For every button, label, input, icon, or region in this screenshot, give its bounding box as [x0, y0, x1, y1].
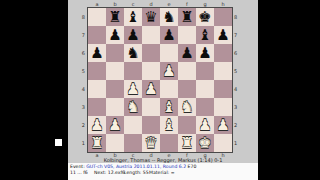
coord-label: 7: [78, 26, 86, 44]
square-g3[interactable]: [196, 98, 214, 116]
square-h3[interactable]: [214, 98, 232, 116]
square-e6[interactable]: [160, 44, 178, 62]
square-f8[interactable]: ♜: [178, 8, 196, 26]
square-a8[interactable]: [88, 8, 106, 26]
coord-label: 7: [234, 26, 242, 44]
white-rook: ♜: [90, 134, 103, 152]
black-bishop: ♝: [198, 26, 211, 44]
coord-label: 8: [234, 8, 242, 26]
square-h4[interactable]: [214, 80, 232, 98]
white-knight: ♞: [180, 98, 193, 116]
square-c6[interactable]: ♞: [124, 44, 142, 62]
coord-label: 6: [78, 44, 86, 62]
square-d7[interactable]: [142, 26, 160, 44]
square-b2[interactable]: ♟: [106, 116, 124, 134]
chess-app-panel: abcdefgh 87654321 ♜♝♛♞♜♚♟♟♟♝♟♟♞♟♟♟♟♟♞♝♞♟…: [68, 0, 258, 180]
square-c8[interactable]: ♝: [124, 8, 142, 26]
white-queen: ♛: [144, 134, 157, 152]
coord-label: 2: [234, 116, 242, 134]
white-pawn: ♟: [216, 116, 229, 134]
square-e7[interactable]: ♟: [160, 26, 178, 44]
square-g6[interactable]: ♟: [196, 44, 214, 62]
square-g4[interactable]: [196, 80, 214, 98]
move-status-line: 11 ... f6 Next: 12.exf6 Length: 55 Mater…: [68, 170, 258, 176]
square-h5[interactable]: [214, 62, 232, 80]
event-label: Event:: [70, 164, 86, 169]
square-d8[interactable]: ♛: [142, 8, 160, 26]
current-move: 11 ... f6: [70, 170, 88, 175]
coord-label: 1: [234, 134, 242, 152]
black-knight: ♞: [162, 8, 175, 26]
square-b4[interactable]: [106, 80, 124, 98]
square-h6[interactable]: [214, 44, 232, 62]
square-g8[interactable]: ♚: [196, 8, 214, 26]
coord-label: 8: [78, 8, 86, 26]
square-f6[interactable]: ♟: [178, 44, 196, 62]
square-f2[interactable]: [178, 116, 196, 134]
square-d6[interactable]: [142, 44, 160, 62]
next-move: Next: 12.exf6: [94, 170, 125, 175]
square-g7[interactable]: ♝: [196, 26, 214, 44]
square-c5[interactable]: [124, 62, 142, 80]
white-pawn: ♟: [126, 80, 139, 98]
black-rook: ♜: [108, 8, 121, 26]
square-b5[interactable]: [106, 62, 124, 80]
white-pawn: ♟: [90, 116, 103, 134]
black-king: ♚: [198, 8, 211, 26]
square-a2[interactable]: ♟: [88, 116, 106, 134]
square-g5[interactable]: [196, 62, 214, 80]
square-b8[interactable]: ♜: [106, 8, 124, 26]
square-a1[interactable]: ♜: [88, 134, 106, 152]
square-e2[interactable]: ♝: [160, 116, 178, 134]
square-b1[interactable]: [106, 134, 124, 152]
white-rook: ♜: [180, 134, 193, 152]
square-h1[interactable]: [214, 134, 232, 152]
square-f4[interactable]: [178, 80, 196, 98]
white-bishop: ♝: [162, 98, 175, 116]
white-pawn: ♟: [144, 80, 157, 98]
white-king: ♚: [198, 134, 211, 152]
black-pawn: ♟: [162, 26, 175, 44]
black-pawn: ♟: [198, 44, 211, 62]
game-length: Length: 55: [124, 170, 149, 175]
black-pawn: ♟: [216, 26, 229, 44]
coord-label: 3: [78, 98, 86, 116]
event-line: Event: GUT-ch V05, Austria 2011.01.11, R…: [70, 164, 196, 169]
rank-labels-right: 87654321: [234, 8, 242, 152]
coord-label: 5: [234, 62, 242, 80]
square-d3[interactable]: [142, 98, 160, 116]
coord-label: 6: [234, 44, 242, 62]
square-h8[interactable]: [214, 8, 232, 26]
square-b3[interactable]: [106, 98, 124, 116]
black-pawn: ♟: [108, 26, 121, 44]
square-a5[interactable]: [88, 62, 106, 80]
video-artifact-square: [55, 139, 62, 146]
black-bishop: ♝: [126, 8, 139, 26]
coord-label: 4: [78, 80, 86, 98]
white-knight: ♞: [126, 98, 139, 116]
coord-label: 4: [234, 80, 242, 98]
square-a6[interactable]: ♟: [88, 44, 106, 62]
square-e8[interactable]: ♞: [160, 8, 178, 26]
black-pawn: ♟: [90, 44, 103, 62]
square-c7[interactable]: ♟: [124, 26, 142, 44]
square-g2[interactable]: ♟: [196, 116, 214, 134]
square-h7[interactable]: ♟: [214, 26, 232, 44]
square-e1[interactable]: [160, 134, 178, 152]
white-pawn: ♟: [108, 116, 121, 134]
coord-label: 3: [234, 98, 242, 116]
white-pawn: ♟: [162, 62, 175, 80]
material-balance: Material: =: [149, 170, 175, 175]
square-b7[interactable]: ♟: [106, 26, 124, 44]
coord-label: 2: [78, 116, 86, 134]
square-f7[interactable]: [178, 26, 196, 44]
event-link[interactable]: GUT-ch V05, Austria 2011.01.11, Round 6.…: [86, 164, 186, 169]
square-e3[interactable]: ♝: [160, 98, 178, 116]
chess-board[interactable]: ♜♝♛♞♜♚♟♟♟♝♟♟♞♟♟♟♟♟♞♝♞♟♟♝♟♟♜♛♜♚: [87, 7, 233, 153]
rank-labels-left: 87654321: [78, 8, 86, 152]
black-queen: ♛: [144, 8, 157, 26]
square-g1[interactable]: ♚: [196, 134, 214, 152]
square-d1[interactable]: ♛: [142, 134, 160, 152]
square-e5[interactable]: ♟: [160, 62, 178, 80]
square-e4[interactable]: [160, 80, 178, 98]
black-rook: ♜: [180, 8, 193, 26]
square-d5[interactable]: [142, 62, 160, 80]
coord-label: 5: [78, 62, 86, 80]
square-c2[interactable]: [124, 116, 142, 134]
square-a4[interactable]: [88, 80, 106, 98]
square-c1[interactable]: [124, 134, 142, 152]
black-pawn: ♟: [180, 44, 193, 62]
square-d2[interactable]: [142, 116, 160, 134]
white-bishop: ♝: [162, 116, 175, 134]
square-c4[interactable]: ♟: [124, 80, 142, 98]
square-f1[interactable]: ♜: [178, 134, 196, 152]
black-knight: ♞: [126, 44, 139, 62]
white-pawn: ♟: [198, 116, 211, 134]
square-f3[interactable]: ♞: [178, 98, 196, 116]
square-a3[interactable]: [88, 98, 106, 116]
square-d4[interactable]: ♟: [142, 80, 160, 98]
square-c3[interactable]: ♞: [124, 98, 142, 116]
black-pawn: ♟: [126, 26, 139, 44]
game-info-box: Event: GUT-ch V05, Austria 2011.01.11, R…: [68, 163, 258, 180]
square-b6[interactable]: [106, 44, 124, 62]
square-a7[interactable]: [88, 26, 106, 44]
square-h2[interactable]: ♟: [214, 116, 232, 134]
square-f5[interactable]: [178, 62, 196, 80]
coord-label: 1: [78, 134, 86, 152]
eco-code: E70: [186, 164, 196, 169]
